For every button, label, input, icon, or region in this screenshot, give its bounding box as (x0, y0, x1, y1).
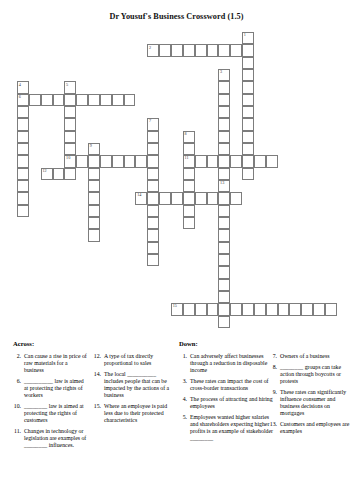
grid-cell-r15-c14[interactable] (183, 217, 195, 229)
grid-cell-r8-c19[interactable] (242, 131, 254, 143)
grid-cell-r12-c11[interactable] (147, 180, 159, 192)
clue-15: 15.Where an employee is paid less due to… (88, 403, 173, 424)
grid-cell-r10-c5[interactable] (76, 155, 88, 167)
crossword-grid: 123456789101112131415 (17, 32, 337, 328)
grid-cell-r10-c16[interactable] (207, 155, 219, 167)
grid-cell-r23-c17[interactable] (218, 316, 230, 328)
page-title: Dr Yousuf's Business Crossword (1.5) (0, 12, 353, 21)
grid-cell-r12-c6[interactable] (88, 180, 100, 192)
clue-text: Can cause a rise in price of raw materia… (24, 353, 87, 374)
down-clues-column-1: Down: 1.Can adversely affect businesses … (176, 340, 273, 446)
clue-text: Changes in technology or legislation are… (24, 428, 87, 449)
grid-cell-r22-c18[interactable] (230, 303, 242, 315)
clue-text: Where an employee is paid less due to th… (104, 403, 173, 424)
grid-cell-r11-c19[interactable] (242, 168, 254, 180)
grid-cell-r10-c9[interactable] (124, 155, 136, 167)
grid-cell-r10-c6[interactable] (88, 155, 100, 167)
grid-cell-r6-c0[interactable] (17, 106, 29, 118)
grid-cell-r10-c14[interactable]: 11 (183, 155, 195, 167)
clue-number: 14. (88, 371, 101, 399)
clue-1: 1.Can adversely affect businesses throug… (176, 353, 273, 374)
grid-cell-r22-c16[interactable] (207, 303, 219, 315)
clue-text: A type of tax directly proportional to s… (104, 353, 173, 367)
clue-number: 2. (10, 353, 21, 374)
grid-cell-r8-c0[interactable] (17, 131, 29, 143)
clue-text: ________ groups can take action through … (280, 364, 351, 385)
grid-cell-r13-c18[interactable] (230, 192, 242, 204)
grid-cell-r4-c0[interactable]: 4 (17, 81, 29, 93)
clue-text: Customers and employees are examples (280, 421, 351, 435)
grid-cell-r11-c0[interactable] (17, 168, 29, 180)
grid-number-11: 11 (185, 156, 189, 160)
grid-number-12: 12 (42, 169, 46, 173)
across-clue-list-1: 2.Can cause a rise in price of raw mater… (10, 353, 87, 449)
grid-cell-r22-c13[interactable]: 15 (171, 303, 183, 315)
clue-text: ________ law is aimed at protecting the … (24, 403, 87, 424)
grid-cell-r15-c17[interactable] (218, 217, 230, 229)
grid-cell-r4-c19[interactable] (242, 81, 254, 93)
clue-number: 13. (264, 421, 277, 435)
clue-number: 6. (10, 378, 21, 399)
grid-cell-r8-c4[interactable] (64, 131, 76, 143)
grid-cell-r5-c19[interactable] (242, 94, 254, 106)
grid-cell-r22-c24[interactable] (301, 303, 313, 315)
grid-cell-r16-c11[interactable] (147, 229, 159, 241)
grid-cell-r11-c6[interactable] (88, 168, 100, 180)
clue-text: __________ law is aimed at protecting th… (24, 378, 87, 399)
clue-12: 12.A type of tax directly proportional t… (88, 353, 173, 367)
grid-cell-r22-c25[interactable] (313, 303, 325, 315)
grid-cell-r7-c19[interactable] (242, 118, 254, 130)
grid-cell-r10-c20[interactable] (254, 155, 266, 167)
grid-cell-r7-c11[interactable]: 7 (147, 118, 159, 130)
across-clues-column-1: Across: 2.Can cause a rise in price of r… (10, 340, 87, 453)
clue-text: These rates can impact the cost of cross… (190, 378, 273, 392)
clue-2: 2.Can cause a rise in price of raw mater… (10, 353, 87, 374)
clue-number: 3. (176, 378, 187, 392)
clue-text: The process of attracting and hiring emp… (190, 396, 273, 410)
grid-cell-r22-c20[interactable] (254, 303, 266, 315)
across-clue-list-2: 12.A type of tax directly proportional t… (88, 353, 173, 424)
grid-cell-r22-c22[interactable] (278, 303, 290, 315)
grid-cell-r5-c1[interactable] (29, 94, 41, 106)
grid-cell-r10-c19[interactable] (242, 155, 254, 167)
grid-cell-r1-c13[interactable] (171, 44, 183, 56)
grid-cell-r10-c17[interactable] (218, 155, 230, 167)
grid-cell-r1-c15[interactable] (195, 44, 207, 56)
clue-9: 9.These rates can significantly influenc… (264, 389, 351, 417)
clue-8: 8.________ groups can take action throug… (264, 364, 351, 385)
grid-cell-r13-c0[interactable] (17, 192, 29, 204)
clue-number: 10. (10, 403, 21, 424)
grid-cell-r3-c19[interactable] (242, 69, 254, 81)
grid-cell-r14-c0[interactable] (17, 205, 29, 217)
grid-cell-r11-c11[interactable] (147, 168, 159, 180)
grid-number-13: 13 (220, 181, 224, 185)
grid-cell-r22-c23[interactable] (289, 303, 301, 315)
grid-cell-r13-c12[interactable] (159, 192, 171, 204)
grid-cell-r22-c15[interactable] (195, 303, 207, 315)
grid-cell-r9-c6[interactable]: 9 (88, 143, 100, 155)
grid-number-8: 8 (185, 132, 187, 136)
clue-7: 7.Owners of a business (264, 353, 351, 360)
across-header: Across: (13, 340, 87, 347)
grid-number-7: 7 (149, 119, 151, 123)
grid-cell-r4-c4[interactable]: 5 (64, 81, 76, 93)
crossword-worksheet: Dr Yousuf's Business Crossword (1.5) 123… (0, 0, 353, 500)
grid-cell-r13-c6[interactable] (88, 192, 100, 204)
grid-cell-r1-c14[interactable] (183, 44, 195, 56)
grid-cell-r10-c0[interactable] (17, 155, 29, 167)
grid-cell-r8-c11[interactable] (147, 131, 159, 143)
clue-text: These rates can significantly influence … (280, 389, 351, 417)
grid-cell-r10-c15[interactable] (195, 155, 207, 167)
clue-3: 3.These rates can impact the cost of cro… (176, 378, 273, 392)
grid-cell-r17-c11[interactable] (147, 242, 159, 254)
grid-cell-r7-c0[interactable] (17, 118, 29, 130)
clue-13: 13.Customers and employees are examples (264, 421, 351, 435)
grid-cell-r10-c7[interactable] (100, 155, 112, 167)
grid-cell-r14-c11[interactable] (147, 205, 159, 217)
clue-text: Owners of a business (280, 353, 351, 360)
grid-cell-r9-c0[interactable] (17, 143, 29, 155)
grid-cell-r22-c14[interactable] (183, 303, 195, 315)
grid-cell-r5-c9[interactable] (124, 94, 136, 106)
grid-cell-r10-c21[interactable] (266, 155, 278, 167)
clue-text: Can adversely affect businesses through … (190, 353, 273, 374)
grid-cell-r20-c17[interactable] (218, 279, 230, 291)
grid-number-9: 9 (90, 144, 92, 148)
grid-cell-r8-c17[interactable] (218, 131, 230, 143)
clue-text: Employees wanted higher salaries and sha… (190, 414, 273, 442)
grid-cell-r2-c19[interactable] (242, 57, 254, 69)
grid-cell-r15-c11[interactable] (147, 217, 159, 229)
grid-cell-r18-c11[interactable] (147, 254, 159, 266)
grid-cell-r6-c17[interactable] (218, 106, 230, 118)
clue-5: 5.Employees wanted higher salaries and s… (176, 414, 273, 442)
grid-cell-r9-c4[interactable] (64, 143, 76, 155)
grid-cell-r11-c4[interactable] (64, 168, 76, 180)
grid-cell-r21-c17[interactable] (218, 291, 230, 303)
grid-cell-r5-c6[interactable] (88, 94, 100, 106)
grid-number-14: 14 (137, 193, 141, 197)
grid-cell-r1-c11[interactable]: 2 (147, 44, 159, 56)
grid-cell-r12-c0[interactable] (17, 180, 29, 192)
grid-cell-r5-c8[interactable] (112, 94, 124, 106)
grid-cell-r10-c11[interactable] (147, 155, 159, 167)
clue-number: 12. (88, 353, 101, 367)
grid-cell-r5-c17[interactable] (218, 94, 230, 106)
grid-cell-r1-c12[interactable] (159, 44, 171, 56)
grid-cell-r22-c26[interactable] (325, 303, 337, 315)
across-clues-column-2: 12.A type of tax directly proportional t… (88, 353, 173, 428)
grid-cell-r13-c16[interactable] (207, 192, 219, 204)
grid-cell-r4-c17[interactable] (218, 81, 230, 93)
grid-cell-r10-c10[interactable] (135, 155, 147, 167)
grid-cell-r13-c14[interactable] (183, 192, 195, 204)
clue-6: 6.__________ law is aimed at protecting … (10, 378, 87, 399)
grid-cell-r5-c3[interactable] (53, 94, 65, 106)
grid-cell-r19-c17[interactable] (218, 266, 230, 278)
grid-cell-r11-c14[interactable] (183, 168, 195, 180)
grid-cell-r15-c6[interactable] (88, 217, 100, 229)
grid-cell-r11-c2[interactable]: 12 (41, 168, 53, 180)
grid-cell-r5-c7[interactable] (100, 94, 112, 106)
grid-cell-r13-c11[interactable] (147, 192, 159, 204)
grid-cell-r10-c8[interactable] (112, 155, 124, 167)
grid-cell-r10-c18[interactable] (230, 155, 242, 167)
grid-cell-r10-c4[interactable]: 10 (64, 155, 76, 167)
grid-cell-r11-c3[interactable] (53, 168, 65, 180)
grid-cell-r3-c17[interactable]: 3 (218, 69, 230, 81)
grid-number-5: 5 (66, 83, 68, 87)
grid-cell-r9-c14[interactable] (183, 143, 195, 155)
grid-cell-r12-c17[interactable]: 13 (218, 180, 230, 192)
grid-cell-r14-c14[interactable] (183, 205, 195, 217)
clue-number: 15. (88, 403, 101, 424)
clue-number: 8. (264, 364, 277, 385)
grid-cell-r12-c14[interactable] (183, 180, 195, 192)
grid-cell-r5-c4[interactable] (64, 94, 76, 106)
grid-cell-r18-c17[interactable] (218, 254, 230, 266)
grid-cell-r8-c14[interactable]: 8 (183, 131, 195, 143)
down-clues-column-2: 7.Owners of a business8.________ groups … (264, 353, 351, 439)
down-clue-list-1: 1.Can adversely affect businesses throug… (176, 353, 273, 442)
grid-cell-r1-c19[interactable] (242, 44, 254, 56)
clue-number: 4. (176, 396, 187, 410)
grid-cell-r16-c6[interactable] (88, 229, 100, 241)
grid-cell-r6-c19[interactable] (242, 106, 254, 118)
clue-number: 1. (176, 353, 187, 374)
clue-10: 10.________ law is aimed at protecting t… (10, 403, 87, 424)
grid-cell-r1-c17[interactable] (218, 44, 230, 56)
grid-number-6: 6 (19, 95, 21, 99)
clue-text: The local __________ includes people tha… (104, 371, 173, 399)
grid-cell-r0-c19[interactable]: 1 (242, 32, 254, 44)
grid-number-2: 2 (149, 46, 151, 50)
grid-cell-r6-c4[interactable] (64, 106, 76, 118)
grid-cell-r9-c17[interactable] (218, 143, 230, 155)
clue-number: 9. (264, 389, 277, 417)
grid-cell-r7-c4[interactable] (64, 118, 76, 130)
grid-cell-r13-c13[interactable] (171, 192, 183, 204)
grid-cell-r5-c0[interactable]: 6 (17, 94, 29, 106)
down-clue-list-2: 7.Owners of a business8.________ groups … (264, 353, 351, 435)
grid-cell-r1-c16[interactable] (207, 44, 219, 56)
clue-number: 5. (176, 414, 187, 442)
grid-number-1: 1 (244, 33, 246, 37)
grid-cell-r5-c2[interactable] (41, 94, 53, 106)
grid-cell-r16-c17[interactable] (218, 229, 230, 241)
grid-cell-r22-c17[interactable] (218, 303, 230, 315)
grid-number-15: 15 (173, 304, 177, 308)
grid-cell-r13-c17[interactable] (218, 192, 230, 204)
down-header: Down: (179, 340, 273, 347)
grid-number-10: 10 (66, 156, 70, 160)
grid-cell-r7-c17[interactable] (218, 118, 230, 130)
clue-14: 14.The local __________ includes people … (88, 371, 173, 399)
grid-cell-r22-c19[interactable] (242, 303, 254, 315)
clue-number: 11. (10, 428, 21, 449)
grid-cell-r22-c21[interactable] (266, 303, 278, 315)
grid-number-4: 4 (19, 83, 21, 87)
grid-cell-r1-c18[interactable] (230, 44, 242, 56)
grid-cell-r9-c11[interactable] (147, 143, 159, 155)
grid-cell-r17-c17[interactable] (218, 242, 230, 254)
grid-cell-r14-c17[interactable] (218, 205, 230, 217)
grid-cell-r13-c10[interactable]: 14 (135, 192, 147, 204)
grid-number-3: 3 (220, 70, 222, 74)
grid-cell-r9-c19[interactable] (242, 143, 254, 155)
clue-4: 4.The process of attracting and hiring e… (176, 396, 273, 410)
grid-cell-r5-c5[interactable] (76, 94, 88, 106)
clue-number: 7. (264, 353, 277, 360)
grid-cell-r13-c15[interactable] (195, 192, 207, 204)
clue-11: 11.Changes in technology or legislation … (10, 428, 87, 449)
grid-cell-r14-c6[interactable] (88, 205, 100, 217)
grid-cell-r11-c17[interactable] (218, 168, 230, 180)
